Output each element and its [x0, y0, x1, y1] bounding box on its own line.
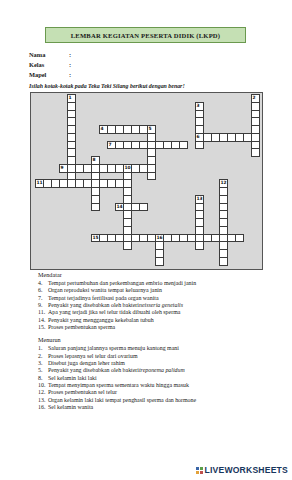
clue-item-number: 16.	[38, 404, 48, 411]
form-row-mapel: Mapel:	[29, 71, 77, 81]
clue-item: 9.Penyakit yang disebabkan oleh bakteri …	[38, 302, 268, 309]
clue-item-text: Proses pembentukan sperma	[48, 324, 115, 331]
clue-number: 1	[69, 95, 72, 100]
liveworksheets-logo-icon	[196, 467, 203, 474]
clue-item-text: Tempat menyimpan sperma sementara waktu …	[48, 382, 189, 389]
clue-number: 7	[109, 142, 112, 147]
liveworksheets-brand-label: LIVEWORKSHEETS	[205, 465, 289, 475]
cell-r9c13[interactable]	[139, 164, 148, 173]
down-heading: Menurun	[38, 336, 268, 344]
crossword-panel: 12364578910111213141516	[30, 92, 263, 270]
down-clues-list: 1.Saluran panjang jalannya sperma menuju…	[38, 345, 268, 411]
cell-r11c3[interactable]	[59, 179, 68, 188]
clue-item-number: 11.	[38, 309, 48, 316]
across-clues-list: 4.Tempat pertumbuhan dan perkembangan em…	[38, 280, 268, 331]
cell-r19c20[interactable]	[195, 241, 204, 250]
cell-r9c6[interactable]	[83, 164, 92, 173]
clue-item-number: 7.	[38, 295, 48, 302]
clue-item-text: Disebut juga dengan leher rahim	[48, 360, 125, 367]
clue-item-text: Tempat pertumbuhan dan perkembangan embr…	[48, 280, 196, 287]
clue-item: 4.Tempat pertumbuhan dan perkembangan em…	[38, 280, 268, 287]
form-label: Mapel	[29, 71, 69, 81]
clue-item-text: Sel kelamin wanita	[48, 404, 93, 411]
clue-item-text: Penyakit yang mengganggu kekebalan tubuh	[48, 317, 154, 324]
student-info-form: Nama:Kelas:Mapel:	[29, 51, 77, 81]
cell-r21c15[interactable]	[155, 257, 164, 266]
clue-item-number: 5.	[38, 367, 48, 374]
clue-number: 16	[157, 235, 163, 240]
cell-r9c3[interactable]: 9	[59, 164, 68, 173]
clue-item-number: 15.	[38, 324, 48, 331]
clue-item: 8.Sel kelamin laki laki	[38, 375, 268, 382]
cell-r11c10[interactable]	[115, 179, 124, 188]
cell-r14c10[interactable]: 14	[115, 203, 124, 212]
clue-item: 10.Tempat menyimpan sperma sementara wak…	[38, 382, 268, 389]
page-title: LEMBAR KEGIATAN PESERTA DIDIK (LKPD)	[71, 32, 220, 39]
logo-square	[200, 471, 203, 474]
clue-number: 12	[221, 180, 227, 185]
clue-item-text: Sel kelamin laki laki	[48, 375, 97, 382]
clue-item-latin-name: treponema palidum	[139, 367, 185, 374]
clue-item: 6.Organ reproduksi wanita tempat keluarn…	[38, 287, 268, 294]
cell-r10c14[interactable]	[147, 172, 156, 181]
clue-number: 9	[61, 165, 64, 170]
clues-section: Mendatar 4.Tempat pertumbuhan dan perkem…	[38, 271, 268, 412]
clue-item-number: 8.	[38, 375, 48, 382]
clue-number: 14	[117, 204, 123, 209]
cell-r18c25[interactable]	[235, 234, 244, 243]
cell-r18c10[interactable]	[115, 234, 124, 243]
clue-number: 2	[253, 95, 256, 100]
cell-r19c11[interactable]	[123, 241, 132, 250]
clue-number: 3	[197, 103, 200, 108]
form-row-kelas: Kelas:	[29, 61, 77, 71]
form-label: Kelas	[29, 61, 69, 71]
clue-item-number: 3.	[38, 360, 48, 367]
clue-item-number: 10.	[38, 382, 48, 389]
worksheet-page: LEMBAR KEGIATAN PESERTA DIDIK (LKPD) Nam…	[0, 0, 292, 480]
clue-item-text: Proses pembentukan sel telur	[48, 389, 117, 396]
form-row-nama: Nama:	[29, 51, 77, 61]
clue-number: 11	[37, 180, 43, 185]
clue-item: 14.Penyakit yang mengganggu kekebalan tu…	[38, 317, 268, 324]
clue-item-number: 12.	[38, 389, 48, 396]
clue-item-text: Proses lepasnya sel telur dari ovarium	[48, 353, 137, 360]
clue-number: 10	[125, 165, 131, 170]
logo-square	[196, 467, 199, 470]
clue-item: 5.Penyakit yang disebabkan oleh bakteri …	[38, 367, 268, 374]
clue-item: 7.Tempat terjadinya fertilisasi pada org…	[38, 295, 268, 302]
cell-r18c22[interactable]	[211, 234, 220, 243]
clue-item-text: Penyakit yang disebabkan oleh bakteri	[48, 302, 139, 309]
clue-item: 16.Sel kelamin wanita	[38, 404, 268, 411]
clue-item-text: Saluran panjang jalannya sperma menuju k…	[48, 345, 179, 352]
cell-r11c6[interactable]	[83, 179, 92, 188]
cell-r18c19[interactable]	[187, 234, 196, 243]
clue-number: 15	[93, 235, 99, 240]
clue-item: 3.Disebut juga dengan leher rahim	[38, 360, 268, 367]
clue-item: 15.Proses pembentukan sperma	[38, 324, 268, 331]
clue-item-latin-name: neisseria genetalis	[139, 302, 183, 309]
clue-item: 2.Proses lepasnya sel telur dari ovarium	[38, 353, 268, 360]
logo-square	[200, 467, 203, 470]
across-heading: Mendatar	[38, 271, 268, 279]
cell-r6c18[interactable]	[179, 141, 188, 150]
instruction-text: Isilah kotak-kotak pada Teka Teki Silang…	[29, 83, 185, 89]
cell-r6c13[interactable]	[139, 141, 148, 150]
crossword-grid: 12364578910111213141516	[35, 94, 260, 265]
clue-item-number: 1.	[38, 345, 48, 352]
form-colon: :	[69, 71, 77, 81]
cell-r14c13[interactable]	[139, 203, 148, 212]
clue-item-text: Tempat terjadinya fertilisasi pada organ…	[48, 295, 159, 302]
clue-item-number: 6.	[38, 287, 48, 294]
clue-item-number: 14.	[38, 317, 48, 324]
clue-number: 5	[149, 126, 152, 131]
clue-number: 6	[197, 134, 200, 139]
clue-item-number: 13.	[38, 397, 48, 404]
clue-item-text: Penyakit yang disebabkan oleh bakteri	[48, 367, 139, 374]
clue-number: 8	[93, 157, 96, 162]
clue-item: 11.Apa yang terjadi jika sel telur tidak…	[38, 309, 268, 316]
form-colon: :	[69, 51, 77, 61]
clue-item-text: Organ reproduksi wanita tempat keluarnya…	[48, 287, 162, 294]
clue-item: 12.Proses pembentukan sel telur	[38, 389, 268, 396]
logo-square	[196, 471, 199, 474]
clue-item-number: 9.	[38, 302, 48, 309]
clue-item-number: 4.	[38, 280, 48, 287]
clue-number: 4	[101, 126, 104, 131]
form-label: Nama	[29, 51, 69, 61]
worksheet-title-box: LEMBAR KEGIATAN PESERTA DIDIK (LKPD)	[45, 27, 246, 43]
cell-r14c7[interactable]	[91, 203, 100, 212]
cell-r6c20[interactable]	[195, 141, 204, 150]
liveworksheets-footer[interactable]: LIVEWORKSHEETS	[196, 465, 289, 475]
clue-number: 13	[197, 196, 203, 201]
cell-r7c27[interactable]	[251, 148, 260, 157]
cell-r21c23[interactable]	[219, 257, 228, 266]
cell-r5c26[interactable]	[243, 133, 252, 142]
clue-item: 13.Organ kelamin laki laki tempat pengha…	[38, 397, 268, 404]
clue-item: 1.Saluran panjang jalannya sperma menuju…	[38, 345, 268, 352]
form-colon: :	[69, 61, 77, 71]
clue-item-number: 2.	[38, 353, 48, 360]
clue-item-text: Apa yang terjadi jika sel telur tidak di…	[48, 309, 180, 316]
clue-item-text: Organ kelamin laki laki tempat penghasil…	[48, 397, 196, 404]
